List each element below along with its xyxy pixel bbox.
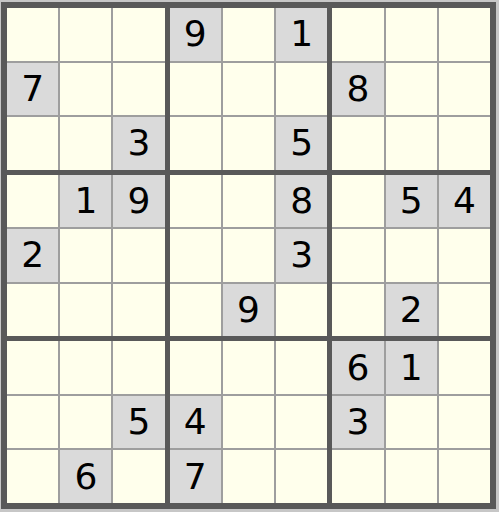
cell-r7c4[interactable] — [170, 341, 221, 394]
cell-r5c4[interactable] — [170, 229, 221, 282]
box-3: 8 — [332, 8, 490, 170]
cell-r1c1[interactable] — [7, 8, 58, 61]
cell-r3c5[interactable] — [223, 117, 274, 170]
cell-r3c6[interactable]: 5 — [276, 117, 327, 170]
cell-r9c7[interactable] — [332, 450, 383, 503]
cell-r8c8[interactable] — [386, 396, 437, 449]
cell-r2c4[interactable] — [170, 63, 221, 116]
cell-r3c3[interactable]: 3 — [113, 117, 164, 170]
cell-r6c4[interactable] — [170, 284, 221, 337]
cell-r9c8[interactable] — [386, 450, 437, 503]
cell-r7c9[interactable] — [439, 341, 490, 394]
cell-r8c2[interactable] — [60, 396, 111, 449]
box-7: 56 — [7, 341, 165, 503]
cell-r5c7[interactable] — [332, 229, 383, 282]
cell-r6c7[interactable] — [332, 284, 383, 337]
cell-r7c5[interactable] — [223, 341, 274, 394]
cell-r4c3[interactable]: 9 — [113, 175, 164, 228]
cell-r4c5[interactable] — [223, 175, 274, 228]
cell-r5c8[interactable] — [386, 229, 437, 282]
cell-r9c4[interactable]: 7 — [170, 450, 221, 503]
box-6: 542 — [332, 175, 490, 337]
cell-r7c2[interactable] — [60, 341, 111, 394]
cell-r1c8[interactable] — [386, 8, 437, 61]
cell-r7c8[interactable]: 1 — [386, 341, 437, 394]
cell-r5c1[interactable]: 2 — [7, 229, 58, 282]
cell-r4c6[interactable]: 8 — [276, 175, 327, 228]
cell-r6c5[interactable]: 9 — [223, 284, 274, 337]
cell-r1c2[interactable] — [60, 8, 111, 61]
cell-r2c1[interactable]: 7 — [7, 63, 58, 116]
box-9: 613 — [332, 341, 490, 503]
cell-r7c3[interactable] — [113, 341, 164, 394]
cell-r2c9[interactable] — [439, 63, 490, 116]
cell-r4c7[interactable] — [332, 175, 383, 228]
cell-r8c4[interactable]: 4 — [170, 396, 221, 449]
cell-r2c2[interactable] — [60, 63, 111, 116]
box-5: 839 — [170, 175, 328, 337]
cell-r6c9[interactable] — [439, 284, 490, 337]
cell-r1c5[interactable] — [223, 8, 274, 61]
cell-r7c7[interactable]: 6 — [332, 341, 383, 394]
cell-r3c1[interactable] — [7, 117, 58, 170]
cell-r5c9[interactable] — [439, 229, 490, 282]
cell-r3c8[interactable] — [386, 117, 437, 170]
cell-r2c5[interactable] — [223, 63, 274, 116]
cell-r1c9[interactable] — [439, 8, 490, 61]
box-1: 73 — [7, 8, 165, 170]
cell-r1c6[interactable]: 1 — [276, 8, 327, 61]
cell-r3c2[interactable] — [60, 117, 111, 170]
cell-r5c5[interactable] — [223, 229, 274, 282]
box-2: 915 — [170, 8, 328, 170]
cell-r9c3[interactable] — [113, 450, 164, 503]
cell-r6c2[interactable] — [60, 284, 111, 337]
cell-r3c7[interactable] — [332, 117, 383, 170]
cell-r4c9[interactable]: 4 — [439, 175, 490, 228]
cell-r1c7[interactable] — [332, 8, 383, 61]
cell-r4c4[interactable] — [170, 175, 221, 228]
cell-r6c6[interactable] — [276, 284, 327, 337]
cell-r2c7[interactable]: 8 — [332, 63, 383, 116]
cell-r8c5[interactable] — [223, 396, 274, 449]
cell-r8c6[interactable] — [276, 396, 327, 449]
cell-r9c5[interactable] — [223, 450, 274, 503]
cell-r8c1[interactable] — [7, 396, 58, 449]
cell-r6c8[interactable]: 2 — [386, 284, 437, 337]
cell-r6c3[interactable] — [113, 284, 164, 337]
cell-r7c1[interactable] — [7, 341, 58, 394]
cell-r8c3[interactable]: 5 — [113, 396, 164, 449]
cell-r4c2[interactable]: 1 — [60, 175, 111, 228]
cell-r3c9[interactable] — [439, 117, 490, 170]
cell-r9c1[interactable] — [7, 450, 58, 503]
cell-r5c6[interactable]: 3 — [276, 229, 327, 282]
cell-r5c3[interactable] — [113, 229, 164, 282]
cell-r4c1[interactable] — [7, 175, 58, 228]
cell-r2c8[interactable] — [386, 63, 437, 116]
cell-r9c2[interactable]: 6 — [60, 450, 111, 503]
cell-r9c6[interactable] — [276, 450, 327, 503]
cell-r5c2[interactable] — [60, 229, 111, 282]
cell-r4c8[interactable]: 5 — [386, 175, 437, 228]
cell-r8c9[interactable] — [439, 396, 490, 449]
cell-r2c6[interactable] — [276, 63, 327, 116]
cell-r1c3[interactable] — [113, 8, 164, 61]
cell-r8c7[interactable]: 3 — [332, 396, 383, 449]
cell-r9c9[interactable] — [439, 450, 490, 503]
cell-r3c4[interactable] — [170, 117, 221, 170]
box-4: 192 — [7, 175, 165, 337]
cell-r2c3[interactable] — [113, 63, 164, 116]
sudoku-board: 7391581928395425647613 — [1, 2, 496, 509]
cell-r7c6[interactable] — [276, 341, 327, 394]
cell-r1c4[interactable]: 9 — [170, 8, 221, 61]
box-8: 47 — [170, 341, 328, 503]
cell-r6c1[interactable] — [7, 284, 58, 337]
